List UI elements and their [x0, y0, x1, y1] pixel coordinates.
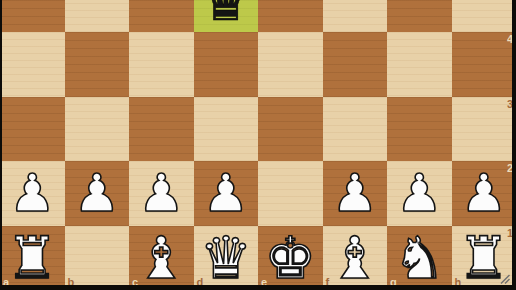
piece-white-bishop[interactable]: ♝ [129, 226, 194, 290]
piece-white-pawn[interactable]: ♟ [129, 161, 194, 226]
square-g3[interactable] [387, 97, 452, 162]
piece-white-pawn[interactable]: ♟ [387, 161, 452, 226]
square-g5[interactable] [387, 0, 452, 32]
square-d4[interactable] [194, 32, 259, 97]
piece-white-pawn[interactable]: ♟ [65, 161, 130, 226]
square-g1[interactable]: ♞g [387, 226, 452, 290]
square-b4[interactable] [65, 32, 130, 97]
chess-board-frame: ♛43♟♟♟♟♟♟♟2♜ab♝c♛d♚e♝f♞g♜h1 [0, 0, 516, 290]
screen-edge-bottom [0, 285, 516, 290]
square-f5[interactable] [323, 0, 388, 32]
square-f3[interactable] [323, 97, 388, 162]
square-a2[interactable]: ♟ [0, 161, 65, 226]
square-h3[interactable]: 3 [452, 97, 516, 162]
square-d5[interactable]: ♛ [194, 0, 259, 32]
square-g2[interactable]: ♟ [387, 161, 452, 226]
square-a4[interactable] [0, 32, 65, 97]
square-h4[interactable]: 4 [452, 32, 516, 97]
square-d2[interactable]: ♟ [194, 161, 259, 226]
screen-edge-right [512, 0, 516, 290]
piece-white-pawn[interactable]: ♟ [323, 161, 388, 226]
screen-edge-left [0, 0, 2, 290]
square-b5[interactable] [65, 0, 130, 32]
square-e5[interactable] [258, 0, 323, 32]
piece-white-rook[interactable]: ♜ [0, 226, 65, 290]
square-c2[interactable]: ♟ [129, 161, 194, 226]
piece-white-pawn[interactable]: ♟ [194, 161, 259, 226]
square-d3[interactable] [194, 97, 259, 162]
square-a3[interactable] [0, 97, 65, 162]
square-e3[interactable] [258, 97, 323, 162]
board-resize-handle-icon[interactable] [500, 274, 510, 284]
square-e1[interactable]: ♚e [258, 226, 323, 290]
square-a1[interactable]: ♜a [0, 226, 65, 290]
square-b3[interactable] [65, 97, 130, 162]
square-e4[interactable] [258, 32, 323, 97]
square-b2[interactable]: ♟ [65, 161, 130, 226]
piece-white-bishop[interactable]: ♝ [323, 226, 388, 290]
piece-white-pawn[interactable]: ♟ [0, 161, 65, 226]
square-b1[interactable]: b [65, 226, 130, 290]
square-c1[interactable]: ♝c [129, 226, 194, 290]
chess-board: ♛43♟♟♟♟♟♟♟2♜ab♝c♛d♚e♝f♞g♜h1 [0, 0, 516, 290]
square-d1[interactable]: ♛d [194, 226, 259, 290]
square-e2[interactable] [258, 161, 323, 226]
piece-black-queen[interactable]: ♛ [194, 0, 259, 32]
square-c5[interactable] [129, 0, 194, 32]
square-h5[interactable] [452, 0, 516, 32]
square-c3[interactable] [129, 97, 194, 162]
square-f1[interactable]: ♝f [323, 226, 388, 290]
square-h2[interactable]: ♟2 [452, 161, 516, 226]
square-f4[interactable] [323, 32, 388, 97]
square-c4[interactable] [129, 32, 194, 97]
piece-white-king[interactable]: ♚ [258, 226, 323, 290]
square-f2[interactable]: ♟ [323, 161, 388, 226]
square-a5[interactable] [0, 0, 65, 32]
square-g4[interactable] [387, 32, 452, 97]
